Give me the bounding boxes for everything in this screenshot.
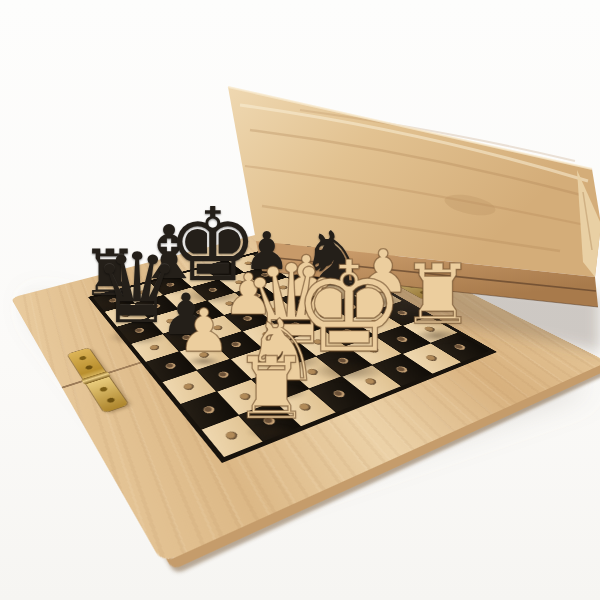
board-plane bbox=[88, 240, 497, 463]
travel-chess-set-photo: ♜♝♚♟♛♟♞♟♟♟♟♛♚♞♜♜ bbox=[0, 0, 600, 600]
